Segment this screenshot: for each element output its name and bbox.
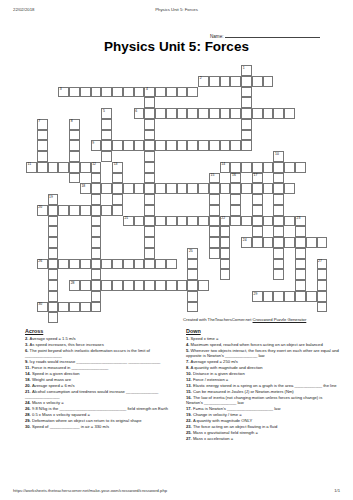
grid-cell (144, 248, 155, 259)
grid-cell (241, 108, 252, 119)
grid-cell (123, 140, 134, 151)
grid-cell (317, 269, 328, 280)
footer-url: https://worksheets.theteacherscorner.net… (13, 488, 167, 493)
clue-number: 11 (28, 162, 32, 166)
grid-cell (155, 183, 166, 194)
grid-cell (69, 130, 80, 141)
grid-cell (101, 119, 112, 130)
grid-cell (263, 108, 274, 119)
grid-cell (273, 173, 284, 184)
grid-cell: 2 (198, 76, 209, 87)
grid-cell (273, 216, 284, 227)
grid-cell (48, 248, 59, 259)
grid-cell (241, 97, 252, 108)
grid-cell (177, 280, 188, 291)
grid-cell (144, 205, 155, 216)
grid-cell: 30 (37, 302, 48, 313)
grid-cell (252, 162, 263, 173)
clue-number: 22 (221, 216, 225, 220)
grid-cell (155, 259, 166, 270)
grid-cell (241, 130, 252, 141)
grid-cell (101, 151, 112, 162)
grid-cell (295, 248, 306, 259)
grid-cell (230, 162, 241, 173)
grid-cell (187, 87, 198, 98)
grid-cell (112, 205, 123, 216)
grid-cell (134, 216, 145, 227)
clue-number: 2 (200, 76, 202, 80)
grid-cell (220, 108, 231, 119)
grid-cell (198, 216, 209, 227)
grid-cell (37, 162, 48, 173)
grid-cell (230, 194, 241, 205)
grid-cell (91, 87, 102, 98)
grid-cell (177, 183, 188, 194)
grid-cell (241, 216, 252, 227)
grid-cell (273, 205, 284, 216)
grid-cell (263, 162, 274, 173)
name-blank-line (225, 33, 320, 38)
grid-cell (209, 248, 220, 259)
clue-number: 4 (146, 87, 148, 91)
grid-cell: 17 (252, 173, 263, 184)
grid-cell (80, 259, 91, 270)
grid-cell: 22 (220, 216, 231, 227)
crossword-grid: 1234567891011121314151617181920212223242… (26, 65, 328, 324)
grid-cell (187, 269, 198, 280)
grid-cell (48, 291, 59, 302)
grid-cell: 23 (295, 216, 306, 227)
grid-cell (252, 205, 263, 216)
grid-cell: 25 (187, 248, 198, 259)
clue-number: 16 (232, 173, 236, 177)
grid-cell (144, 119, 155, 130)
grid-cell: 24 (241, 237, 252, 248)
grid-cell (144, 151, 155, 162)
grid-cell (123, 259, 134, 270)
grid-cell (317, 280, 328, 291)
grid-cell (144, 108, 155, 119)
grid-cell (48, 312, 59, 323)
grid-cell (112, 140, 123, 151)
grid-cell (252, 194, 263, 205)
grid-cell (295, 259, 306, 270)
grid-cell: 12 (91, 162, 102, 173)
grid-cell (187, 216, 198, 227)
grid-cell (252, 216, 263, 227)
grid-cell: 20 (37, 205, 48, 216)
grid-cell (295, 226, 306, 237)
grid-cell (209, 194, 220, 205)
grid-cell (91, 216, 102, 227)
grid-cell (230, 76, 241, 87)
grid-cell (48, 226, 59, 237)
grid-cell (209, 216, 220, 227)
grid-cell (273, 269, 284, 280)
clue-number: 20 (38, 205, 42, 209)
down-clue-list: 1. Speed x time =4. Maximum speed, reach… (186, 337, 340, 443)
grid-cell (123, 87, 134, 98)
grid-cell (144, 194, 155, 205)
grid-cell (187, 259, 198, 270)
clue-number: 7 (38, 119, 40, 123)
clue-item: 9. Icy roads would increase ____________… (25, 360, 183, 365)
grid-cell (48, 216, 59, 227)
clue-item: 3. As speed increases, this force increa… (25, 343, 183, 348)
grid-cell (58, 162, 69, 173)
grid-cell (273, 183, 284, 194)
grid-cell (220, 248, 231, 259)
across-clues-section: Across 2. Average speed = 1.5 m/s3. As s… (25, 328, 183, 431)
clue-number: 8 (71, 119, 73, 123)
grid-cell (241, 87, 252, 98)
grid-cell: 29 (252, 291, 263, 302)
across-heading: Across (25, 328, 183, 334)
grid-cell (144, 173, 155, 184)
grid-cell (273, 259, 284, 270)
grid-cell (209, 205, 220, 216)
grid-cell (209, 226, 220, 237)
grid-cell (69, 205, 80, 216)
grid-cell (58, 302, 69, 313)
credit-line: Created with TheTeachersCorner.net Cross… (183, 317, 306, 322)
grid-cell (209, 76, 220, 87)
grid-cell: 10 (273, 151, 284, 162)
grid-cell (284, 162, 295, 173)
grid-cell (263, 216, 274, 227)
grid-cell (273, 237, 284, 248)
grid-cell (317, 291, 328, 302)
grid-cell (166, 140, 177, 151)
grid-cell (134, 140, 145, 151)
grid-cell (166, 87, 177, 98)
grid-cell (209, 108, 220, 119)
grid-cell (112, 259, 123, 270)
grid-cell (220, 269, 231, 280)
clue-number: 28 (71, 281, 75, 285)
grid-cell (91, 280, 102, 291)
clue-number: 9 (92, 141, 94, 145)
grid-cell (241, 140, 252, 151)
clue-number: 30 (38, 302, 42, 306)
grid-cell (112, 87, 123, 98)
clue-number: 14 (221, 162, 225, 166)
clue-item: 27. Mass x acceleration = (186, 437, 340, 442)
grid-cell (284, 183, 295, 194)
grid-cell (101, 280, 112, 291)
grid-cell (263, 183, 274, 194)
clue-number: 13 (114, 162, 118, 166)
grid-cell (252, 108, 263, 119)
clue-item: 1. Speed x time = (186, 337, 340, 342)
grid-cell: 15 (209, 173, 220, 184)
clue-item: 4. Maximum speed, reached when forces ac… (186, 343, 340, 348)
credit-prefix: Created with TheTeachersCorner.net (183, 317, 253, 322)
grid-cell (101, 140, 112, 151)
clue-number: 5 (103, 109, 105, 113)
grid-cell (284, 108, 295, 119)
grid-cell (177, 87, 188, 98)
grid-cell (187, 183, 198, 194)
clue-number: 23 (297, 216, 301, 220)
grid-cell (241, 76, 252, 87)
clue-item: 8. A quantity with magnitude and directi… (186, 366, 340, 371)
grid-cell (284, 216, 295, 227)
grid-cell (230, 183, 241, 194)
grid-cell (220, 76, 231, 87)
grid-cell (295, 162, 306, 173)
grid-cell (295, 269, 306, 280)
grid-cell: 4 (144, 87, 155, 98)
grid-cell (317, 302, 328, 313)
grid-cell (273, 194, 284, 205)
grid-cell (284, 237, 295, 248)
grid-cell (252, 237, 263, 248)
grid-cell: 16 (230, 173, 241, 184)
grid-cell (69, 87, 80, 98)
grid-cell (134, 280, 145, 291)
clue-item: 21. Alcohol consumption and tiredness wo… (25, 390, 183, 400)
grid-cell (48, 205, 59, 216)
grid-cell (37, 151, 48, 162)
grid-cell (155, 87, 166, 98)
grid-cell (91, 173, 102, 184)
down-heading: Down (186, 328, 340, 334)
clue-number: 27 (318, 259, 322, 263)
grid-cell (69, 173, 80, 184)
credit-link[interactable]: Crossword Puzzle Generator (253, 317, 307, 322)
grid-cell (58, 205, 69, 216)
clue-item: 16. The law of inertia (not changing mot… (186, 396, 340, 406)
grid-cell (91, 291, 102, 302)
grid-cell (144, 183, 155, 194)
grid-cell (144, 140, 155, 151)
clue-item: 10. Distance in a given direction (186, 372, 340, 377)
grid-cell (69, 302, 80, 313)
grid-cell (177, 216, 188, 227)
grid-cell (198, 108, 209, 119)
grid-cell (144, 97, 155, 108)
grid-cell: 5 (101, 108, 112, 119)
clue-item: 2. Average speed = 1.5 m/s (25, 337, 183, 342)
grid-cell (317, 237, 328, 248)
grid-cell (80, 205, 91, 216)
grid-cell (155, 108, 166, 119)
clue-number: 26 (38, 259, 42, 263)
grid-cell (241, 119, 252, 130)
grid-cell (198, 183, 209, 194)
clue-number: 21 (124, 216, 128, 220)
clue-number: 12 (92, 162, 96, 166)
grid-cell (48, 280, 59, 291)
grid-cell (144, 259, 155, 270)
grid-cell (48, 237, 59, 248)
grid-cell (198, 280, 209, 291)
grid-cell (101, 205, 112, 216)
grid-cell (134, 183, 145, 194)
clue-number: 3 (60, 87, 62, 91)
grid-cell (220, 259, 231, 270)
grid-cell (48, 162, 59, 173)
grid-cell (91, 237, 102, 248)
grid-cell (91, 248, 102, 259)
grid-cell (166, 280, 177, 291)
clue-number: 29 (254, 292, 258, 296)
grid-cell (209, 237, 220, 248)
grid-cell (48, 259, 59, 270)
grid-cell (187, 291, 198, 302)
grid-cell (220, 237, 231, 248)
page-title: Physics Unit 5: Forces (0, 39, 353, 54)
grid-cell: 8 (69, 119, 80, 130)
grid-cell (209, 183, 220, 194)
grid-cell: 26 (37, 259, 48, 270)
grid-cell (263, 237, 274, 248)
clue-item: 5. Whenever two objects interact, the fo… (186, 349, 340, 359)
grid-cell (80, 280, 91, 291)
grid-cell (144, 162, 155, 173)
grid-cell (187, 302, 198, 313)
clue-number: 17 (254, 173, 258, 177)
grid-cell (166, 183, 177, 194)
clue-number: 1 (243, 66, 245, 70)
grid-cell (69, 162, 80, 173)
across-clue-list: 2. Average speed = 1.5 m/s3. As speed in… (25, 337, 183, 431)
grid-cell (306, 291, 317, 302)
grid-cell (166, 259, 177, 270)
grid-cell (273, 162, 284, 173)
grid-cell (101, 183, 112, 194)
grid-cell (295, 237, 306, 248)
grid-cell: 14 (220, 162, 231, 173)
grid-cell: 13 (112, 162, 123, 173)
grid-cell (295, 291, 306, 302)
grid-cell (220, 183, 231, 194)
grid-cell (273, 248, 284, 259)
grid-cell (144, 280, 155, 291)
clue-number: 24 (243, 238, 247, 242)
grid-cell (284, 291, 295, 302)
grid-cell (37, 140, 48, 151)
grid-cell (112, 194, 123, 205)
grid-cell (155, 216, 166, 227)
grid-cell: 18 (80, 183, 91, 194)
grid-cell: 21 (123, 216, 134, 227)
grid-cell: 7 (37, 119, 48, 130)
grid-cell (69, 151, 80, 162)
header-doc-title: Physics Unit 5: Forces (0, 7, 353, 12)
grid-cell (252, 226, 263, 237)
grid-cell (80, 302, 91, 313)
grid-cell (144, 130, 155, 141)
grid-cell (101, 259, 112, 270)
grid-cell: 1 (241, 65, 252, 76)
grid-cell (48, 302, 59, 313)
grid-cell: 19 (48, 194, 59, 205)
grid-cell (177, 140, 188, 151)
grid-cell: 9 (91, 140, 102, 151)
grid-cell (91, 183, 102, 194)
grid-cell: 27 (317, 259, 328, 270)
grid-cell (58, 259, 69, 270)
footer-page-number: 1/1 (334, 488, 340, 493)
grid-cell (306, 237, 317, 248)
grid-cell (230, 108, 241, 119)
grid-cell (155, 140, 166, 151)
grid-cell (241, 162, 252, 173)
clue-item: 30. Speed of _____________ in air = 330 … (25, 425, 183, 430)
grid-cell (177, 108, 188, 119)
grid-cell (91, 226, 102, 237)
clue-item: 14. Speed in a given direction (25, 372, 183, 377)
grid-cell (263, 291, 274, 302)
grid-cell (69, 259, 80, 270)
grid-cell (252, 76, 263, 87)
clue-number: 10 (275, 152, 279, 156)
grid-cell (37, 130, 48, 141)
grid-cell (112, 183, 123, 194)
grid-cell (273, 226, 284, 237)
grid-cell (230, 140, 241, 151)
grid-cell (230, 216, 241, 227)
grid-cell (112, 280, 123, 291)
clue-item: 7. Average speed = 250 m/s (186, 360, 340, 365)
down-clues-section: Down 1. Speed x time =4. Maximum speed, … (186, 328, 340, 444)
grid-cell (91, 259, 102, 270)
grid-cell (230, 205, 241, 216)
grid-cell: 11 (26, 162, 37, 173)
grid-cell (263, 76, 274, 87)
clue-number: 19 (49, 195, 53, 199)
grid-cell (273, 108, 284, 119)
grid-cell (91, 302, 102, 313)
grid-cell (144, 237, 155, 248)
grid-cell (166, 108, 177, 119)
grid-cell (91, 269, 102, 280)
clue-item: 6. The point beyond which inelastic defo… (25, 349, 183, 359)
grid-cell: 28 (69, 280, 80, 291)
grid-cell: 6 (134, 108, 145, 119)
grid-cell (273, 291, 284, 302)
grid-cell (48, 269, 59, 280)
clue-number: 25 (189, 249, 193, 253)
grid-cell (295, 280, 306, 291)
grid-cell (69, 140, 80, 151)
grid-cell (187, 108, 198, 119)
clue-number: 6 (135, 109, 137, 113)
grid-cell (80, 162, 91, 173)
grid-cell (123, 280, 134, 291)
grid-cell (198, 140, 209, 151)
clue-number: 15 (211, 173, 215, 177)
grid-cell (209, 140, 220, 151)
grid-cell (80, 87, 91, 98)
grid-cell (187, 280, 198, 291)
grid-cell (123, 183, 134, 194)
grid-cell (91, 205, 102, 216)
grid-cell (134, 259, 145, 270)
grid-cell (220, 226, 231, 237)
grid-cell: 3 (58, 87, 69, 98)
grid-cell (144, 226, 155, 237)
grid-cell (155, 280, 166, 291)
grid-cell (112, 173, 123, 184)
clue-number: 18 (81, 184, 85, 188)
grid-cell (134, 87, 145, 98)
grid-cell (91, 194, 102, 205)
grid-cell (241, 183, 252, 194)
clue-item: 11. Force is measured in _______________… (25, 366, 183, 371)
